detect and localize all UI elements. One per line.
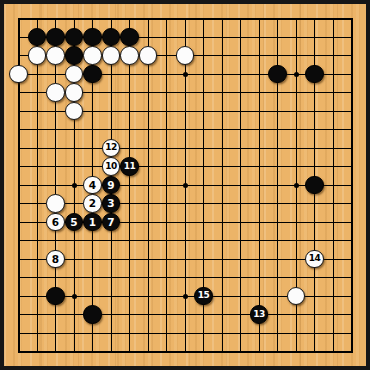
stone-white	[28, 46, 47, 65]
stone-white: 2	[83, 194, 102, 213]
stone-black: 5	[65, 213, 84, 232]
stone-white: 14	[305, 250, 324, 269]
board-wood-surface: 121011492365178141513	[4, 4, 366, 366]
stone-black	[83, 305, 102, 324]
stone-white: 12	[102, 139, 121, 158]
stone-black: 7	[102, 213, 121, 232]
grid-line-horizontal	[18, 240, 353, 241]
stone-black: 9	[102, 176, 121, 195]
grid-line-vertical	[240, 18, 241, 353]
move-number-label: 7	[107, 216, 114, 227]
grid-line-vertical	[222, 18, 223, 353]
stone-white	[9, 65, 28, 84]
stone-white	[120, 46, 139, 65]
stone-black	[268, 65, 287, 84]
move-number-label: 5	[70, 216, 77, 227]
stone-black: 13	[250, 305, 269, 324]
move-number-label: 2	[89, 198, 96, 209]
grid-line-horizontal	[18, 203, 353, 204]
grid-line-horizontal	[18, 314, 353, 315]
move-number-label: 8	[52, 253, 59, 264]
stone-white	[139, 46, 158, 65]
stone-black: 11	[120, 157, 139, 176]
go-board: 121011492365178141513	[0, 0, 370, 370]
stone-black	[120, 28, 139, 47]
star-point	[72, 183, 77, 188]
stone-black: 1	[83, 213, 102, 232]
grid-line-vertical	[351, 18, 353, 353]
stone-black	[102, 28, 121, 47]
move-number-label: 12	[105, 143, 116, 152]
stone-white	[46, 46, 65, 65]
stone-white	[287, 287, 306, 306]
stone-black	[65, 46, 84, 65]
stone-white	[46, 194, 65, 213]
stone-black: 15	[194, 287, 213, 306]
star-point	[183, 294, 188, 299]
stone-black	[46, 287, 65, 306]
grid-line-horizontal	[18, 351, 353, 353]
star-point	[183, 183, 188, 188]
move-number-label: 10	[105, 161, 116, 170]
star-point	[72, 294, 77, 299]
grid-line-vertical	[333, 18, 334, 353]
star-point	[294, 72, 299, 77]
move-number-label: 6	[52, 216, 59, 227]
move-number-label: 9	[107, 179, 114, 190]
grid-line-horizontal	[18, 259, 353, 260]
move-number-label: 13	[253, 309, 264, 318]
move-number-label: 3	[107, 198, 114, 209]
stone-white	[65, 102, 84, 121]
move-number-label: 4	[89, 179, 96, 190]
stone-white	[83, 46, 102, 65]
stone-white: 4	[83, 176, 102, 195]
move-number-label: 15	[198, 291, 209, 300]
move-number-label: 1	[89, 216, 96, 227]
stone-white	[102, 46, 121, 65]
stone-white	[65, 83, 84, 102]
star-point	[294, 183, 299, 188]
stone-black	[28, 28, 47, 47]
stone-white	[65, 65, 84, 84]
stone-white	[176, 46, 195, 65]
stone-black	[65, 28, 84, 47]
stone-white: 8	[46, 250, 65, 269]
stone-white	[46, 83, 65, 102]
stone-white: 10	[102, 157, 121, 176]
move-number-label: 11	[124, 161, 135, 170]
star-point	[183, 72, 188, 77]
stone-black: 3	[102, 194, 121, 213]
grid-line-horizontal	[18, 333, 353, 334]
stone-black	[46, 28, 65, 47]
stone-black	[83, 65, 102, 84]
grid-line-horizontal	[18, 277, 353, 278]
stone-black	[305, 65, 324, 84]
move-number-label: 14	[309, 254, 320, 263]
stone-black	[83, 28, 102, 47]
stone-black	[305, 176, 324, 195]
grid-line-vertical	[259, 18, 260, 353]
stone-white: 6	[46, 213, 65, 232]
